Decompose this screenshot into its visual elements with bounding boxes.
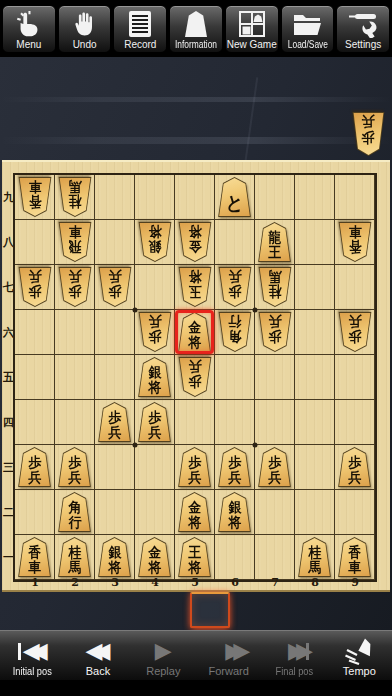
sente-silver-piece[interactable]: 銀将 [218,492,252,532]
board-cell-7二[interactable] [255,490,295,535]
board-cell-5三[interactable]: 歩兵 [175,445,215,490]
information-label: Information [175,39,217,50]
forward-button: ▶▶Forward [196,631,261,680]
gote-pawn-piece[interactable]: 歩兵 [178,357,212,397]
sente-lance-piece[interactable]: 香車 [338,537,372,577]
gote-pawn-piece[interactable]: 歩兵 [98,267,132,307]
board-cell-1一[interactable]: 香車 [15,535,55,580]
settings-label: Settings [345,39,381,50]
board-cell-6四[interactable] [215,400,255,445]
gote-pawn-piece[interactable]: 歩兵 [352,112,385,156]
board-cell-4四[interactable]: 歩兵 [135,400,175,445]
board-cell-9七[interactable] [335,265,375,310]
play-icon: ▶ [155,637,172,665]
gote-hand-tray: 歩兵 [352,112,385,156]
gote-rook-piece[interactable]: 飛車 [58,222,92,262]
replay-label: Replay [146,665,180,677]
board-cell-1二[interactable] [15,490,55,535]
board-cell-5六[interactable]: 金将 [175,310,215,355]
sente-dragon-piece[interactable]: 龍王 [258,222,292,262]
board-cell-7四[interactable] [255,400,295,445]
top-toolbar: MenuUndoRecordInformationNew GameLoad/Sa… [0,0,392,57]
sente-pawn-piece[interactable]: 歩兵 [178,447,212,487]
board-cell-5九[interactable] [175,175,215,220]
board-cell-2四[interactable] [55,400,95,445]
menu-button[interactable]: Menu [2,5,56,53]
board-cell-3五[interactable] [95,355,135,400]
board-cell-1八[interactable] [15,220,55,265]
star-point [133,308,138,313]
settings-button[interactable]: Settings [336,5,390,53]
board-cell-3二[interactable] [95,490,135,535]
load-save-label: Load/Save [287,39,327,50]
back-label: Back [86,665,110,677]
gote-bishop-piece[interactable]: 角行 [218,312,252,352]
board-cell-6七[interactable]: 歩兵 [215,265,255,310]
bottom-edge [0,680,392,696]
sente-lance-piece[interactable]: 香車 [18,537,52,577]
board-cell-7六[interactable]: 歩兵 [255,310,295,355]
board-cell-1七[interactable]: 歩兵 [15,265,55,310]
board-grid-icon [238,9,266,39]
board-cell-8二[interactable] [295,490,335,535]
board-cell-7七[interactable]: 桂馬 [255,265,295,310]
board-cell-2一[interactable]: 桂馬 [55,535,95,580]
board-cell-4二[interactable] [135,490,175,535]
board-cell-4一[interactable]: 金将 [135,535,175,580]
board-cell-2八[interactable]: 飛車 [55,220,95,265]
board-cell-2九[interactable]: 桂馬 [55,175,95,220]
board-cell-5八[interactable]: 金将 [175,220,215,265]
shogi-app: MenuUndoRecordInformationNew GameLoad/Sa… [0,0,392,696]
sente-silver-piece[interactable]: 銀将 [98,537,132,577]
tempo-piece-icon [344,637,374,665]
initial-pos-button[interactable]: ◀◀Initial pos [0,631,65,680]
tap-hand-icon [14,9,44,39]
palm-hand-icon [71,9,99,39]
board-cell-3四[interactable]: 歩兵 [95,400,135,445]
board-cell-6九[interactable]: と [215,175,255,220]
board-cell-1四[interactable] [15,400,55,445]
board-cell-2五[interactable] [55,355,95,400]
board-cell-9四[interactable] [335,400,375,445]
new-game-label: New Game [227,39,277,50]
board-cell-1六[interactable] [15,310,55,355]
board-cell-5七[interactable]: 玉将 [175,265,215,310]
board-cell-9五[interactable] [335,355,375,400]
gote-lance-piece[interactable]: 香車 [18,177,52,217]
star-point [253,308,258,313]
board-cell-1五[interactable] [15,355,55,400]
menu-label: Menu [16,39,41,50]
sente-pawn-piece[interactable]: 歩兵 [338,447,372,487]
board-cell-9六[interactable]: 歩兵 [335,310,375,355]
board-cell-9三[interactable]: 歩兵 [335,445,375,490]
board-cell-2二[interactable]: 角行 [55,490,95,535]
gote-knight-piece[interactable]: 桂馬 [58,177,92,217]
initial-pos-label: Initial pos [13,665,52,677]
sente-knight-piece[interactable]: 桂馬 [298,537,332,577]
undo-label: Undo [73,39,97,50]
gote-pawn-piece[interactable]: 歩兵 [338,312,372,352]
board-cell-3七[interactable]: 歩兵 [95,265,135,310]
board-cell-3一[interactable]: 銀将 [95,535,135,580]
board-cell-9九[interactable] [335,175,375,220]
board-cell-8一[interactable]: 桂馬 [295,535,335,580]
file-label-2: 2 [55,577,95,590]
board-cell-8六[interactable] [295,310,335,355]
shogi-board: 九八七六五四三二一 香車桂馬と飛車銀将金将龍王香車歩兵歩兵歩兵玉将歩兵桂馬歩兵金… [2,160,390,592]
board-cell-4九[interactable] [135,175,175,220]
board-cell-6一[interactable] [215,535,255,580]
gote-king-piece[interactable]: 玉将 [178,267,212,307]
sente-pawn-piece[interactable]: 歩兵 [18,447,52,487]
board-cell-9一[interactable]: 香車 [335,535,375,580]
board-cell-2六[interactable] [55,310,95,355]
load-save-button[interactable]: Load/Save [281,5,335,53]
board-cell-5二[interactable]: 金将 [175,490,215,535]
board-cell-4五[interactable]: 銀将 [135,355,175,400]
board-cell-8五[interactable] [295,355,335,400]
sente-pawn-piece[interactable]: 歩兵 [218,447,252,487]
board-cell-1九[interactable]: 香車 [15,175,55,220]
record-label: Record [124,39,156,50]
board-cell-8九[interactable] [295,175,335,220]
sente-king-piece[interactable]: 王将 [178,537,212,577]
board-cell-4三[interactable] [135,445,175,490]
texture-scratch [244,77,259,166]
board-cell-7五[interactable] [255,355,295,400]
gote-gold-piece[interactable]: 金将 [178,222,212,262]
sente-bishop-piece[interactable]: 角行 [58,492,92,532]
skip-start-icon: ◀◀ [18,637,48,665]
undo-button[interactable]: Undo [58,5,112,53]
gote-pawn-piece[interactable]: 歩兵 [258,312,292,352]
record-button[interactable]: Record [113,5,167,53]
board-cell-9八[interactable]: 香車 [335,220,375,265]
board-grid: 香車桂馬と飛車銀将金将龍王香車歩兵歩兵歩兵玉将歩兵桂馬歩兵金将角行歩兵歩兵銀将歩… [13,173,377,582]
board-cell-4七[interactable] [135,265,175,310]
board-cell-6五[interactable] [215,355,255,400]
board-cell-8八[interactable] [295,220,335,265]
file-label-7: 7 [255,577,295,590]
record-sheet-icon [128,9,152,39]
file-label-6: 6 [215,577,255,590]
folder-icon [292,9,322,39]
board-cell-4六[interactable]: 歩兵 [135,310,175,355]
replay-button: ▶Replay [131,631,196,680]
board-cell-1三[interactable]: 歩兵 [15,445,55,490]
star-point [133,443,138,448]
bottom-toolbar: ◀◀Initial pos◀◀Back▶Replay▶▶Forward▶▶Fin… [0,630,392,680]
sente-gold-piece[interactable]: 金将 [178,492,212,532]
board-cell-8七[interactable] [295,265,335,310]
sente-pawn-piece[interactable]: 歩兵 [258,447,292,487]
file-label-4: 4 [135,577,175,590]
board-cell-7一[interactable] [255,535,295,580]
sente-pawn-piece[interactable]: 歩兵 [98,402,132,442]
board-cell-8三[interactable] [295,445,335,490]
gote-pawn-piece[interactable]: 歩兵 [58,267,92,307]
gote-lance-piece[interactable]: 香車 [338,222,372,262]
file-labels: 123456789 [15,577,375,590]
gote-silver-piece[interactable]: 銀将 [138,222,172,262]
board-cell-6三[interactable]: 歩兵 [215,445,255,490]
gote-knight-piece[interactable]: 桂馬 [258,267,292,307]
sente-tokin-piece[interactable]: と [218,177,252,217]
sente-hand-slot[interactable] [190,592,230,628]
tempo-label: Tempo [343,665,376,677]
final-pos-label: Final pos [275,665,312,677]
tempo-button[interactable]: Tempo [327,631,392,680]
file-label-9: 9 [335,577,375,590]
sente-pawn-piece[interactable]: 歩兵 [138,402,172,442]
texture-streak [0,137,392,144]
file-label-5: 5 [175,577,215,590]
board-cell-8四[interactable] [295,400,335,445]
board-cell-3八[interactable] [95,220,135,265]
sente-pawn-piece[interactable]: 歩兵 [58,447,92,487]
board-cell-3九[interactable] [95,175,135,220]
forward-label: Forward [208,665,248,677]
information-button[interactable]: Information [169,5,223,53]
board-cell-5五[interactable]: 歩兵 [175,355,215,400]
shogi-piece-icon [183,9,209,39]
board-cell-2七[interactable]: 歩兵 [55,265,95,310]
board-cell-3三[interactable] [95,445,135,490]
board-cell-6六[interactable]: 角行 [215,310,255,355]
fast-forward-icon: ▶▶ [216,637,241,665]
board-cell-5四[interactable] [175,400,215,445]
sente-knight-piece[interactable]: 桂馬 [58,537,92,577]
final-pos-button: ▶▶Final pos [261,631,326,680]
sente-gold-piece[interactable]: 金将 [138,537,172,577]
gote-pawn-piece[interactable]: 歩兵 [138,312,172,352]
board-cell-5一[interactable]: 王将 [175,535,215,580]
gote-pawn-piece[interactable]: 歩兵 [218,267,252,307]
tools-icon [348,9,378,39]
skip-end-icon: ▶▶ [279,637,309,665]
new-game-button[interactable]: New Game [225,5,279,53]
texture-streak [0,97,392,102]
sente-gold-piece[interactable]: 金将 [178,312,212,352]
file-label-3: 3 [95,577,135,590]
gote-pawn-piece[interactable]: 歩兵 [18,267,52,307]
sente-silver-piece[interactable]: 銀将 [138,357,172,397]
board-cell-6八[interactable] [215,220,255,265]
board-cell-6二[interactable]: 銀将 [215,490,255,535]
rewind-icon: ◀◀ [86,637,111,665]
board-cell-4八[interactable]: 銀将 [135,220,175,265]
board-cell-7三[interactable]: 歩兵 [255,445,295,490]
file-label-8: 8 [295,577,335,590]
star-point [253,443,258,448]
back-button[interactable]: ◀◀Back [65,631,130,680]
board-cell-7九[interactable] [255,175,295,220]
board-cell-2三[interactable]: 歩兵 [55,445,95,490]
board-cell-3六[interactable] [95,310,135,355]
board-cell-9二[interactable] [335,490,375,535]
file-label-1: 1 [15,577,55,590]
board-cell-7八[interactable]: 龍王 [255,220,295,265]
